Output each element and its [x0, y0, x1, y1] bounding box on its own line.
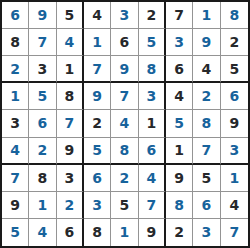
cell-r4c8[interactable]: 2 [193, 83, 220, 110]
cell-r4c2[interactable]: 5 [29, 83, 56, 110]
cell-r7c1[interactable]: 7 [2, 165, 29, 192]
cell-r3c4[interactable]: 7 [84, 56, 111, 83]
cell-r2c4[interactable]: 1 [84, 29, 111, 56]
cell-r7c5[interactable]: 2 [111, 165, 138, 192]
cell-r4c5[interactable]: 7 [111, 83, 138, 110]
cell-r7c7[interactable]: 9 [166, 165, 193, 192]
cell-r6c2[interactable]: 2 [29, 138, 56, 165]
cell-r9c5[interactable]: 1 [111, 219, 138, 246]
cell-r4c7[interactable]: 4 [166, 83, 193, 110]
cell-r7c8[interactable]: 5 [193, 165, 220, 192]
cell-r4c3[interactable]: 8 [57, 83, 84, 110]
cell-r6c9[interactable]: 3 [221, 138, 248, 165]
cell-r3c1[interactable]: 2 [2, 56, 29, 83]
cell-r6c4[interactable]: 5 [84, 138, 111, 165]
cell-r7c9[interactable]: 1 [221, 165, 248, 192]
cell-r7c6[interactable]: 4 [139, 165, 166, 192]
cell-r6c7[interactable]: 1 [166, 138, 193, 165]
cell-r5c6[interactable]: 1 [139, 110, 166, 137]
cell-r8c4[interactable]: 3 [84, 192, 111, 219]
cell-r3c3[interactable]: 1 [57, 56, 84, 83]
cell-r3c7[interactable]: 6 [166, 56, 193, 83]
cell-r5c1[interactable]: 3 [2, 110, 29, 137]
cell-r7c2[interactable]: 8 [29, 165, 56, 192]
cell-r8c5[interactable]: 5 [111, 192, 138, 219]
cell-r3c5[interactable]: 9 [111, 56, 138, 83]
cell-r8c8[interactable]: 6 [193, 192, 220, 219]
cell-r8c3[interactable]: 2 [57, 192, 84, 219]
cell-r9c9[interactable]: 7 [221, 219, 248, 246]
cell-r2c9[interactable]: 2 [221, 29, 248, 56]
cell-r3c2[interactable]: 3 [29, 56, 56, 83]
cell-r1c4[interactable]: 4 [84, 2, 111, 29]
cell-r4c4[interactable]: 9 [84, 83, 111, 110]
cell-r2c8[interactable]: 9 [193, 29, 220, 56]
cell-r8c1[interactable]: 9 [2, 192, 29, 219]
cell-r9c1[interactable]: 5 [2, 219, 29, 246]
cell-r9c7[interactable]: 2 [166, 219, 193, 246]
cell-r2c3[interactable]: 4 [57, 29, 84, 56]
cell-r6c1[interactable]: 4 [2, 138, 29, 165]
cell-r8c7[interactable]: 8 [166, 192, 193, 219]
cell-r1c3[interactable]: 5 [57, 2, 84, 29]
cell-r2c5[interactable]: 6 [111, 29, 138, 56]
cell-r8c2[interactable]: 1 [29, 192, 56, 219]
cell-r1c5[interactable]: 3 [111, 2, 138, 29]
cell-r3c6[interactable]: 8 [139, 56, 166, 83]
cell-r1c8[interactable]: 1 [193, 2, 220, 29]
cell-r4c1[interactable]: 1 [2, 83, 29, 110]
cell-r5c2[interactable]: 6 [29, 110, 56, 137]
cell-r4c6[interactable]: 3 [139, 83, 166, 110]
cell-r2c2[interactable]: 7 [29, 29, 56, 56]
cell-r9c3[interactable]: 6 [57, 219, 84, 246]
cell-r6c5[interactable]: 8 [111, 138, 138, 165]
cell-r9c2[interactable]: 4 [29, 219, 56, 246]
cell-r2c1[interactable]: 8 [2, 29, 29, 56]
cell-r7c3[interactable]: 3 [57, 165, 84, 192]
cell-r2c6[interactable]: 5 [139, 29, 166, 56]
cell-r7c4[interactable]: 6 [84, 165, 111, 192]
cell-r5c9[interactable]: 9 [221, 110, 248, 137]
cell-r5c8[interactable]: 8 [193, 110, 220, 137]
cell-r8c9[interactable]: 4 [221, 192, 248, 219]
cell-r9c6[interactable]: 9 [139, 219, 166, 246]
cell-r9c8[interactable]: 3 [193, 219, 220, 246]
cell-r6c3[interactable]: 9 [57, 138, 84, 165]
cell-r8c6[interactable]: 7 [139, 192, 166, 219]
cell-r4c9[interactable]: 6 [221, 83, 248, 110]
cell-r2c7[interactable]: 3 [166, 29, 193, 56]
cell-r1c1[interactable]: 6 [2, 2, 29, 29]
cell-r5c5[interactable]: 4 [111, 110, 138, 137]
cell-r3c8[interactable]: 4 [193, 56, 220, 83]
cell-r1c6[interactable]: 2 [139, 2, 166, 29]
cell-r5c4[interactable]: 2 [84, 110, 111, 137]
sudoku-board: 6954327188741653922317986451589734263672… [0, 0, 250, 248]
cell-r1c7[interactable]: 7 [166, 2, 193, 29]
cell-r6c6[interactable]: 6 [139, 138, 166, 165]
cell-r6c8[interactable]: 7 [193, 138, 220, 165]
cell-r3c9[interactable]: 5 [221, 56, 248, 83]
cell-r1c9[interactable]: 8 [221, 2, 248, 29]
cell-r1c2[interactable]: 9 [29, 2, 56, 29]
cell-r5c3[interactable]: 7 [57, 110, 84, 137]
cell-r9c4[interactable]: 8 [84, 219, 111, 246]
cell-r5c7[interactable]: 5 [166, 110, 193, 137]
